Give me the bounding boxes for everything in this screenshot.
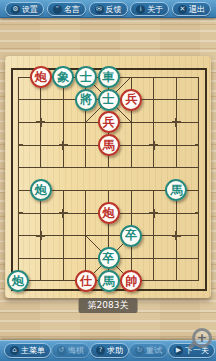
piece-red-horse[interactable]: 馬 bbox=[98, 134, 120, 156]
quotes-label: 名言 bbox=[64, 4, 80, 15]
about-label: 关于 bbox=[147, 4, 163, 15]
piece-green-elephant[interactable]: 象 bbox=[52, 66, 74, 88]
bottom-toolbar: ⌂ 主菜单 ↺ 悔棋 ? 求助 ↻ 重试 ▶ 下一关 bbox=[0, 340, 216, 361]
piece-green-horse[interactable]: 馬 bbox=[98, 270, 120, 292]
app-screen: ⚙ 设置 “ 名言 ✉ 反馈 i 关于 ✕ 退出 炮象士車將士兵兵馬炮馬炮卒卒炮… bbox=[0, 0, 216, 361]
piece-green-advisor[interactable]: 士 bbox=[98, 89, 120, 111]
piece-red-soldier[interactable]: 兵 bbox=[98, 111, 120, 133]
settings-label: 设置 bbox=[22, 4, 38, 15]
next-icon: ▶ bbox=[174, 346, 183, 355]
retry-label: 重试 bbox=[146, 345, 162, 356]
plus-glyph: + bbox=[195, 331, 209, 345]
envelope-icon: ✉ bbox=[95, 5, 104, 14]
info-icon: i bbox=[136, 5, 145, 14]
undo-button[interactable]: ↺ 悔棋 bbox=[51, 343, 90, 358]
question-icon: ? bbox=[96, 346, 105, 355]
board-panel: 炮象士車將士兵兵馬炮馬炮卒卒炮仕馬帥 bbox=[5, 56, 211, 298]
main-menu-button[interactable]: ⌂ 主菜单 bbox=[4, 343, 51, 358]
level-badge: 第2083关 bbox=[79, 298, 138, 313]
piece-green-soldier[interactable]: 卒 bbox=[98, 247, 120, 269]
piece-green-chariot[interactable]: 車 bbox=[98, 66, 120, 88]
piece-green-cannon[interactable]: 炮 bbox=[30, 179, 52, 201]
piece-green-advisor[interactable]: 士 bbox=[75, 66, 97, 88]
piece-red-advisor[interactable]: 仕 bbox=[75, 270, 97, 292]
zoom-in-icon[interactable]: + bbox=[192, 328, 212, 348]
feedback-button[interactable]: ✉ 反馈 bbox=[89, 2, 128, 16]
piece-red-cannon[interactable]: 炮 bbox=[98, 202, 120, 224]
settings-button[interactable]: ⚙ 设置 bbox=[5, 2, 44, 16]
gear-icon: ⚙ bbox=[11, 5, 20, 14]
top-toolbar: ⚙ 设置 “ 名言 ✉ 反馈 i 关于 ✕ 退出 bbox=[0, 0, 216, 18]
quotes-button[interactable]: “ 名言 bbox=[47, 2, 86, 16]
speech-bubble-icon: “ bbox=[53, 5, 62, 14]
piece-red-cannon[interactable]: 炮 bbox=[30, 66, 52, 88]
retry-button[interactable]: ↻ 重试 bbox=[129, 343, 168, 358]
undo-label: 悔棋 bbox=[68, 345, 84, 356]
piece-green-general[interactable]: 將 bbox=[75, 89, 97, 111]
piece-layer: 炮象士車將士兵兵馬炮馬炮卒卒炮仕馬帥 bbox=[18, 77, 199, 281]
home-icon: ⌂ bbox=[10, 346, 19, 355]
piece-green-cannon[interactable]: 炮 bbox=[7, 270, 29, 292]
piece-green-soldier[interactable]: 卒 bbox=[120, 225, 142, 247]
piece-green-horse[interactable]: 馬 bbox=[165, 179, 187, 201]
help-label: 求助 bbox=[107, 345, 123, 356]
piece-red-soldier[interactable]: 兵 bbox=[120, 89, 142, 111]
help-button[interactable]: ? 求助 bbox=[90, 343, 129, 358]
retry-icon: ↻ bbox=[135, 346, 144, 355]
about-button[interactable]: i 关于 bbox=[130, 2, 169, 16]
undo-icon: ↺ bbox=[57, 346, 66, 355]
close-icon: ✕ bbox=[178, 5, 187, 14]
piece-red-general[interactable]: 帥 bbox=[120, 270, 142, 292]
main-menu-label: 主菜单 bbox=[21, 345, 45, 356]
exit-button[interactable]: ✕ 退出 bbox=[172, 2, 211, 16]
feedback-label: 反馈 bbox=[106, 4, 122, 15]
exit-label: 退出 bbox=[189, 4, 205, 15]
